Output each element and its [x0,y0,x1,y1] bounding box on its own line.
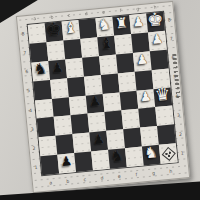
white-king[interactable]: ♚ [146,10,164,29]
square-g3[interactable] [138,107,157,127]
brand-emblem-icon [161,147,175,161]
file-label-h: h [162,166,180,178]
white-pawn[interactable]: ♟ [139,90,152,104]
rank-label-right-2: 2 [176,124,185,144]
black-pawn[interactable]: ♟ [60,154,73,168]
black-knight[interactable]: ♞ [110,148,125,164]
file-label-a: a [42,178,60,190]
square-h6[interactable] [150,49,169,69]
file-label-e: e [110,171,128,183]
floor: abcdefgh 87654321 87654321 abcdefgh ♚♝♞♜… [0,0,200,200]
square-f5[interactable] [118,71,137,91]
square-c5[interactable] [67,76,86,96]
chess-mat: abcdefgh 87654321 87654321 abcdefgh ♚♝♞♜… [16,1,190,193]
square-a4[interactable] [35,98,54,118]
square-a8[interactable] [28,23,47,43]
square-b2[interactable] [56,134,75,154]
square-f6[interactable] [116,53,135,73]
rank-label-right-3: 3 [174,105,183,125]
square-f1[interactable] [125,147,144,167]
square-c1[interactable] [74,152,93,172]
white-pawn[interactable]: ♟ [136,52,149,66]
square-c3[interactable] [71,114,90,134]
square-b6[interactable]: ♟ [48,59,67,79]
white-rook[interactable]: ♜ [115,16,129,31]
square-g7[interactable] [131,32,150,52]
black-king[interactable]: ♚ [45,20,63,39]
square-g1[interactable]: ♞ [142,145,161,165]
board-grid: ♚♝♞♜♟♚♝♟♞♟♟♟♟♛♟♟♞♞ [27,11,179,177]
square-c8[interactable]: ♝ [62,20,81,40]
square-g5[interactable] [135,70,154,90]
square-h8[interactable]: ♚ [146,12,165,32]
white-pawn[interactable]: ♟ [132,15,145,29]
black-knight[interactable]: ♞ [33,61,48,77]
square-e4[interactable] [103,92,122,112]
square-h4[interactable]: ♛ [153,87,172,107]
white-knight[interactable]: ♞ [144,145,159,161]
square-c2[interactable] [72,133,91,153]
square-e3[interactable] [104,111,123,131]
black-pawn[interactable]: ♟ [88,95,101,109]
square-g6[interactable]: ♟ [133,51,152,71]
black-pawn[interactable]: ♟ [92,132,105,146]
square-b4[interactable] [52,97,71,117]
square-d1[interactable] [91,150,110,170]
square-b7[interactable] [46,40,65,60]
square-d8[interactable] [79,18,98,38]
square-f4[interactable] [120,90,139,110]
square-c4[interactable] [69,95,88,115]
square-b8[interactable]: ♚ [45,22,64,42]
file-label-c: c [76,174,94,186]
square-d5[interactable] [84,75,103,95]
square-h2[interactable] [157,125,176,145]
square-f3[interactable] [121,109,140,129]
square-d2[interactable]: ♟ [89,131,108,151]
square-a6[interactable]: ♞ [31,61,50,81]
square-g4[interactable]: ♟ [137,89,156,109]
file-label-d: d [93,173,111,185]
square-a5[interactable] [33,80,52,100]
square-h3[interactable] [155,106,174,126]
square-h1[interactable] [159,143,178,163]
square-d6[interactable] [82,56,101,76]
white-bishop[interactable]: ♝ [63,20,78,36]
square-h7[interactable]: ♟ [148,31,167,51]
file-label-b: b [59,176,77,188]
rank-label-right-7: 7 [167,29,176,49]
file-label-g: g [145,168,163,180]
square-e6[interactable] [99,54,118,74]
square-e7[interactable]: ♝ [97,36,116,56]
square-d7[interactable] [80,37,99,57]
rank-label-right-8: 8 [165,10,174,30]
square-d3[interactable] [88,112,107,132]
square-c6[interactable] [65,58,84,78]
white-pawn[interactable]: ♟ [151,32,164,46]
file-label-f: f [127,169,145,181]
square-a2[interactable] [39,136,58,156]
square-e5[interactable] [101,73,120,93]
white-knight[interactable]: ♞ [97,17,112,33]
rank-label-right-1: 1 [178,143,187,163]
square-f2[interactable] [123,128,142,148]
black-pawn[interactable]: ♟ [51,60,64,74]
square-b1[interactable]: ♟ [57,153,76,173]
square-b3[interactable] [54,116,73,136]
white-queen[interactable]: ♛ [154,86,171,104]
square-f7[interactable] [114,34,133,54]
square-a3[interactable] [37,117,56,137]
square-a1[interactable] [40,155,59,175]
square-d4[interactable]: ♟ [86,94,105,114]
square-c7[interactable] [63,39,82,59]
square-g8[interactable]: ♟ [129,13,148,33]
square-e1[interactable]: ♞ [108,148,127,168]
black-bishop[interactable]: ♝ [99,36,114,52]
square-f8[interactable]: ♜ [112,15,131,35]
square-b5[interactable] [50,78,69,98]
